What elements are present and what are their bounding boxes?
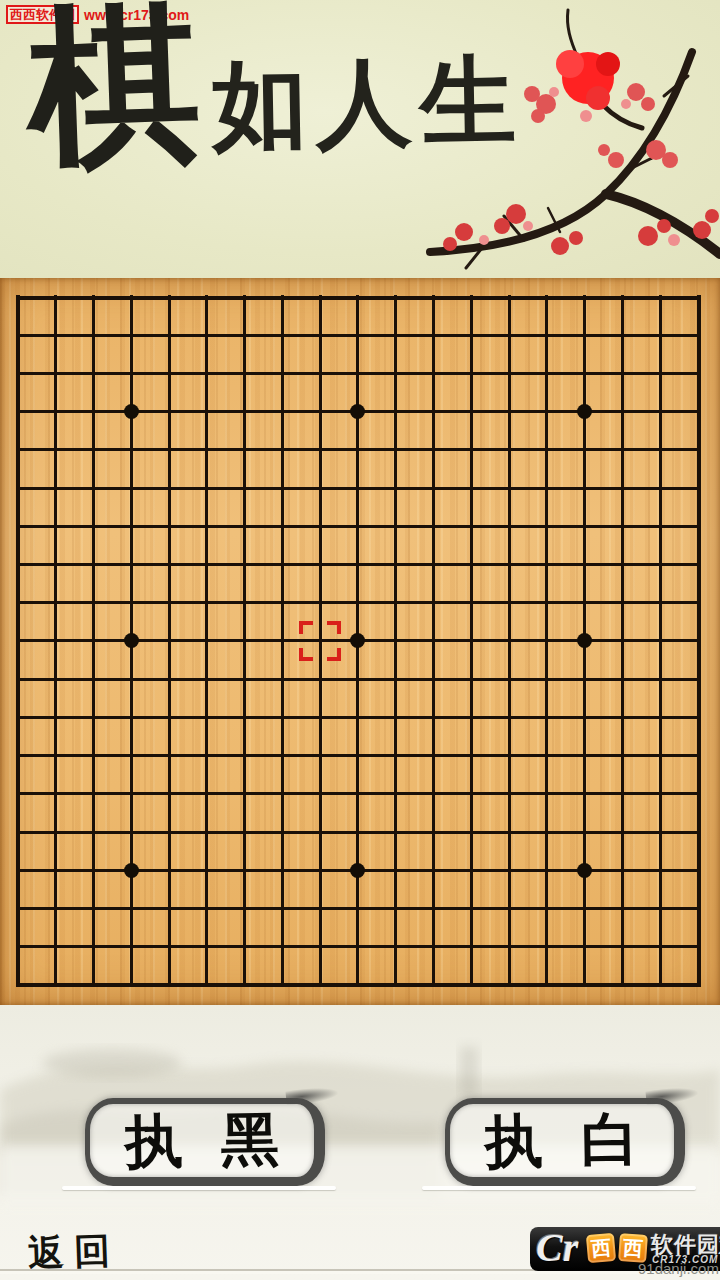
board-intersection[interactable] <box>641 660 679 698</box>
board-intersection[interactable] <box>37 469 75 507</box>
board-intersection[interactable] <box>641 851 679 889</box>
board-intersection[interactable] <box>339 507 377 545</box>
board-intersection[interactable] <box>377 278 415 316</box>
board-intersection[interactable] <box>150 316 188 354</box>
board-intersection[interactable] <box>226 545 264 583</box>
board-intersection[interactable] <box>528 698 566 736</box>
board-intersection[interactable] <box>641 469 679 507</box>
board-intersection[interactable] <box>415 354 453 392</box>
board-intersection[interactable] <box>604 316 642 354</box>
board-intersection[interactable] <box>112 316 150 354</box>
board-intersection[interactable] <box>0 889 37 927</box>
board-intersection[interactable] <box>301 889 339 927</box>
board-intersection[interactable] <box>112 278 150 316</box>
board-intersection[interactable] <box>264 622 302 660</box>
board-intersection[interactable] <box>490 928 528 966</box>
board-intersection[interactable] <box>37 775 75 813</box>
board-intersection[interactable] <box>37 316 75 354</box>
play-white-button[interactable]: 执白 <box>445 1098 685 1186</box>
board-intersection[interactable] <box>566 813 604 851</box>
board-intersection[interactable] <box>112 889 150 927</box>
board-intersection[interactable] <box>188 889 226 927</box>
board-intersection[interactable] <box>679 737 717 775</box>
board-intersection[interactable] <box>452 813 490 851</box>
board-intersection[interactable] <box>112 928 150 966</box>
board-intersection[interactable] <box>377 660 415 698</box>
board-intersection[interactable] <box>150 354 188 392</box>
board-intersection[interactable] <box>528 584 566 622</box>
board-intersection[interactable] <box>377 889 415 927</box>
board-intersection[interactable] <box>112 354 150 392</box>
board-intersection[interactable] <box>490 889 528 927</box>
board-intersection[interactable] <box>264 278 302 316</box>
board-intersection[interactable] <box>75 584 113 622</box>
board-intersection[interactable] <box>188 698 226 736</box>
board-intersection[interactable] <box>452 584 490 622</box>
board-intersection[interactable] <box>604 851 642 889</box>
board-intersection[interactable] <box>641 737 679 775</box>
board-intersection[interactable] <box>112 660 150 698</box>
board-intersection[interactable] <box>226 737 264 775</box>
board-intersection[interactable] <box>188 851 226 889</box>
board-intersection[interactable] <box>150 278 188 316</box>
board-intersection[interactable] <box>301 393 339 431</box>
board-intersection[interactable] <box>415 545 453 583</box>
board-intersection[interactable] <box>490 584 528 622</box>
board-intersection[interactable] <box>452 698 490 736</box>
board-intersection[interactable] <box>528 889 566 927</box>
board-intersection[interactable] <box>604 775 642 813</box>
board-intersection[interactable] <box>112 393 150 431</box>
board-intersection[interactable] <box>75 393 113 431</box>
board-intersection[interactable] <box>452 507 490 545</box>
board-intersection[interactable] <box>264 660 302 698</box>
board-intersection[interactable] <box>226 393 264 431</box>
board-intersection[interactable] <box>641 698 679 736</box>
board-intersection[interactable] <box>415 851 453 889</box>
board-intersection[interactable] <box>37 278 75 316</box>
board-intersection[interactable] <box>377 622 415 660</box>
board-intersection[interactable] <box>604 813 642 851</box>
board-intersection[interactable] <box>75 660 113 698</box>
board-intersection[interactable] <box>490 431 528 469</box>
board-intersection[interactable] <box>415 966 453 1004</box>
board-intersection[interactable] <box>339 316 377 354</box>
board-intersection[interactable] <box>226 660 264 698</box>
board-intersection[interactable] <box>0 431 37 469</box>
board-intersection[interactable] <box>75 469 113 507</box>
board-intersection[interactable] <box>641 278 679 316</box>
board-intersection[interactable] <box>490 545 528 583</box>
board-intersection[interactable] <box>641 431 679 469</box>
board-intersection[interactable] <box>188 507 226 545</box>
board-intersection[interactable] <box>339 698 377 736</box>
board-intersection[interactable] <box>339 584 377 622</box>
board-intersection[interactable] <box>264 545 302 583</box>
board-intersection[interactable] <box>188 928 226 966</box>
board-intersection[interactable] <box>0 775 37 813</box>
board-intersection[interactable] <box>37 698 75 736</box>
board-intersection[interactable] <box>0 316 37 354</box>
board-intersection[interactable] <box>37 622 75 660</box>
board-intersection[interactable] <box>37 584 75 622</box>
board-intersection[interactable] <box>452 316 490 354</box>
board-intersection[interactable] <box>226 584 264 622</box>
board-intersection[interactable] <box>150 469 188 507</box>
board-intersection[interactable] <box>112 584 150 622</box>
board-intersection[interactable] <box>188 393 226 431</box>
board-intersection[interactable] <box>377 966 415 1004</box>
board-intersection[interactable] <box>415 737 453 775</box>
board-intersection[interactable] <box>452 851 490 889</box>
board-intersection[interactable] <box>301 928 339 966</box>
board-intersection[interactable] <box>301 584 339 622</box>
board-intersection[interactable] <box>112 431 150 469</box>
board-intersection[interactable] <box>112 622 150 660</box>
board-intersection[interactable] <box>604 966 642 1004</box>
board-intersection[interactable] <box>452 545 490 583</box>
board-intersection[interactable] <box>415 584 453 622</box>
board-intersection[interactable] <box>264 966 302 1004</box>
board-intersection[interactable] <box>0 660 37 698</box>
board-intersection[interactable] <box>226 813 264 851</box>
board-intersection[interactable] <box>528 660 566 698</box>
board-intersection[interactable] <box>226 966 264 1004</box>
board-intersection[interactable] <box>150 775 188 813</box>
board-intersection[interactable] <box>150 698 188 736</box>
board-intersection[interactable] <box>0 813 37 851</box>
board-intersection[interactable] <box>415 469 453 507</box>
board-intersection[interactable] <box>150 660 188 698</box>
board-intersection[interactable] <box>301 354 339 392</box>
board-intersection[interactable] <box>264 889 302 927</box>
board-intersection[interactable] <box>604 660 642 698</box>
board-intersection[interactable] <box>528 431 566 469</box>
board-intersection[interactable] <box>150 622 188 660</box>
board-intersection[interactable] <box>264 507 302 545</box>
board-intersection[interactable] <box>566 737 604 775</box>
board-intersection[interactable] <box>377 851 415 889</box>
board-intersection[interactable] <box>75 545 113 583</box>
board-intersection[interactable] <box>75 737 113 775</box>
board-intersection[interactable] <box>37 354 75 392</box>
board-intersection[interactable] <box>226 775 264 813</box>
board-intersection[interactable] <box>226 622 264 660</box>
board-intersection[interactable] <box>226 354 264 392</box>
board-intersection[interactable] <box>75 622 113 660</box>
board-intersection[interactable] <box>679 393 717 431</box>
board-intersection[interactable] <box>226 889 264 927</box>
board-intersection[interactable] <box>604 622 642 660</box>
board-intersection[interactable] <box>490 660 528 698</box>
board-intersection[interactable] <box>339 622 377 660</box>
board-intersection[interactable] <box>0 469 37 507</box>
board-intersection[interactable] <box>226 851 264 889</box>
board-intersection[interactable] <box>37 813 75 851</box>
board-intersection[interactable] <box>226 507 264 545</box>
board-intersection[interactable] <box>641 545 679 583</box>
board-intersection[interactable] <box>0 851 37 889</box>
board-intersection[interactable] <box>188 469 226 507</box>
go-board[interactable] <box>0 278 720 1005</box>
board-intersection[interactable] <box>188 545 226 583</box>
board-intersection[interactable] <box>490 316 528 354</box>
board-intersection[interactable] <box>604 584 642 622</box>
board-intersection[interactable] <box>490 278 528 316</box>
board-intersection[interactable] <box>339 393 377 431</box>
board-intersection[interactable] <box>679 316 717 354</box>
board-intersection[interactable] <box>604 698 642 736</box>
board-intersection[interactable] <box>415 278 453 316</box>
board-intersection[interactable] <box>490 393 528 431</box>
board-intersection[interactable] <box>679 966 717 1004</box>
board-intersection[interactable] <box>301 966 339 1004</box>
board-intersection[interactable] <box>528 966 566 1004</box>
board-intersection[interactable] <box>452 889 490 927</box>
board-intersection[interactable] <box>679 660 717 698</box>
board-intersection[interactable] <box>339 278 377 316</box>
board-intersection[interactable] <box>415 431 453 469</box>
board-intersection[interactable] <box>75 316 113 354</box>
board-intersection[interactable] <box>679 928 717 966</box>
board-intersection[interactable] <box>641 813 679 851</box>
board-intersection[interactable] <box>566 584 604 622</box>
board-intersection[interactable] <box>641 316 679 354</box>
board-intersection[interactable] <box>641 507 679 545</box>
board-intersection[interactable] <box>150 545 188 583</box>
board-intersection[interactable] <box>301 278 339 316</box>
board-intersection[interactable] <box>301 813 339 851</box>
board-intersection[interactable] <box>37 928 75 966</box>
board-intersection[interactable] <box>490 737 528 775</box>
board-intersection[interactable] <box>566 431 604 469</box>
board-intersection[interactable] <box>188 431 226 469</box>
board-intersection[interactable] <box>301 507 339 545</box>
board-intersection[interactable] <box>415 622 453 660</box>
board-intersection[interactable] <box>641 775 679 813</box>
board-intersection[interactable] <box>339 545 377 583</box>
board-intersection[interactable] <box>452 431 490 469</box>
board-intersection[interactable] <box>452 966 490 1004</box>
board-intersection[interactable] <box>679 354 717 392</box>
board-intersection[interactable] <box>226 278 264 316</box>
board-intersection[interactable] <box>264 354 302 392</box>
board-intersection[interactable] <box>604 278 642 316</box>
board-intersection[interactable] <box>604 889 642 927</box>
board-intersection[interactable] <box>112 851 150 889</box>
board-intersection[interactable] <box>188 622 226 660</box>
board-intersection[interactable] <box>604 928 642 966</box>
board-intersection[interactable] <box>188 813 226 851</box>
board-intersection[interactable] <box>604 737 642 775</box>
board-intersection[interactable] <box>75 354 113 392</box>
board-intersection[interactable] <box>264 737 302 775</box>
board-intersection[interactable] <box>0 622 37 660</box>
board-intersection[interactable] <box>566 889 604 927</box>
board-intersection[interactable] <box>641 966 679 1004</box>
board-intersection[interactable] <box>75 851 113 889</box>
board-intersection[interactable] <box>188 354 226 392</box>
board-intersection[interactable] <box>528 775 566 813</box>
board-intersection[interactable] <box>75 813 113 851</box>
board-intersection[interactable] <box>226 698 264 736</box>
board-intersection[interactable] <box>679 622 717 660</box>
board-intersection[interactable] <box>566 469 604 507</box>
board-intersection[interactable] <box>150 431 188 469</box>
board-intersection[interactable] <box>188 316 226 354</box>
board-intersection[interactable] <box>264 813 302 851</box>
board-intersection[interactable] <box>0 928 37 966</box>
board-intersection[interactable] <box>339 813 377 851</box>
board-intersection[interactable] <box>37 507 75 545</box>
board-intersection[interactable] <box>679 851 717 889</box>
board-intersection[interactable] <box>641 354 679 392</box>
board-intersection[interactable] <box>339 737 377 775</box>
board-intersection[interactable] <box>339 851 377 889</box>
board-intersection[interactable] <box>188 737 226 775</box>
board-intersection[interactable] <box>75 278 113 316</box>
board-intersection[interactable] <box>150 507 188 545</box>
board-intersection[interactable] <box>150 928 188 966</box>
board-intersection[interactable] <box>226 928 264 966</box>
board-intersection[interactable] <box>641 622 679 660</box>
board-intersection[interactable] <box>226 431 264 469</box>
board-intersection[interactable] <box>641 584 679 622</box>
board-intersection[interactable] <box>150 851 188 889</box>
board-intersection[interactable] <box>150 737 188 775</box>
board-intersection[interactable] <box>301 545 339 583</box>
board-intersection[interactable] <box>415 507 453 545</box>
board-intersection[interactable] <box>679 584 717 622</box>
board-intersection[interactable] <box>264 431 302 469</box>
board-intersection[interactable] <box>679 889 717 927</box>
board-intersection[interactable] <box>490 775 528 813</box>
board-intersection[interactable] <box>604 354 642 392</box>
board-intersection[interactable] <box>415 813 453 851</box>
board-intersection[interactable] <box>150 584 188 622</box>
board-intersection[interactable] <box>490 698 528 736</box>
board-intersection[interactable] <box>377 507 415 545</box>
board-intersection[interactable] <box>415 698 453 736</box>
board-intersection[interactable] <box>566 354 604 392</box>
board-intersection[interactable] <box>528 545 566 583</box>
board-intersection[interactable] <box>452 660 490 698</box>
board-intersection[interactable] <box>604 545 642 583</box>
board-intersection[interactable] <box>452 278 490 316</box>
board-intersection[interactable] <box>112 469 150 507</box>
board-intersection[interactable] <box>528 851 566 889</box>
board-intersection[interactable] <box>377 316 415 354</box>
board-intersection[interactable] <box>112 545 150 583</box>
board-intersection[interactable] <box>566 775 604 813</box>
board-intersection[interactable] <box>301 316 339 354</box>
board-intersection[interactable] <box>0 545 37 583</box>
board-intersection[interactable] <box>528 316 566 354</box>
board-intersection[interactable] <box>679 278 717 316</box>
board-intersection[interactable] <box>679 813 717 851</box>
board-intersection[interactable] <box>528 928 566 966</box>
board-intersection[interactable] <box>301 660 339 698</box>
board-intersection[interactable] <box>641 393 679 431</box>
board-intersection[interactable] <box>604 431 642 469</box>
board-intersection[interactable] <box>490 622 528 660</box>
board-intersection[interactable] <box>415 928 453 966</box>
board-intersection[interactable] <box>112 966 150 1004</box>
board-intersection[interactable] <box>75 507 113 545</box>
board-intersection[interactable] <box>490 354 528 392</box>
board-intersection[interactable] <box>188 775 226 813</box>
board-intersection[interactable] <box>264 775 302 813</box>
board-intersection[interactable] <box>415 393 453 431</box>
board-intersection[interactable] <box>528 354 566 392</box>
board-intersection[interactable] <box>37 545 75 583</box>
board-intersection[interactable] <box>226 469 264 507</box>
board-intersection[interactable] <box>566 698 604 736</box>
board-intersection[interactable] <box>679 698 717 736</box>
board-intersection[interactable] <box>264 851 302 889</box>
board-intersection[interactable] <box>188 278 226 316</box>
board-intersection[interactable] <box>339 431 377 469</box>
board-intersection[interactable] <box>566 928 604 966</box>
board-intersection[interactable] <box>0 584 37 622</box>
board-intersection[interactable] <box>301 431 339 469</box>
board-intersection[interactable] <box>150 813 188 851</box>
board-intersection[interactable] <box>566 622 604 660</box>
board-intersection[interactable] <box>75 431 113 469</box>
board-intersection[interactable] <box>415 775 453 813</box>
board-intersection[interactable] <box>188 660 226 698</box>
board-intersection[interactable] <box>415 889 453 927</box>
board-intersection[interactable] <box>150 966 188 1004</box>
board-intersection[interactable] <box>0 278 37 316</box>
board-intersection[interactable] <box>377 584 415 622</box>
board-intersection[interactable] <box>0 354 37 392</box>
board-intersection[interactable] <box>339 928 377 966</box>
board-intersection[interactable] <box>339 966 377 1004</box>
board-intersection[interactable] <box>112 737 150 775</box>
board-intersection[interactable] <box>566 966 604 1004</box>
board-intersection[interactable] <box>452 354 490 392</box>
board-intersection[interactable] <box>0 393 37 431</box>
board-intersection[interactable] <box>377 431 415 469</box>
board-intersection[interactable] <box>679 431 717 469</box>
board-intersection[interactable] <box>490 469 528 507</box>
board-intersection[interactable] <box>377 928 415 966</box>
board-intersection[interactable] <box>264 698 302 736</box>
board-intersection[interactable] <box>566 507 604 545</box>
board-intersection[interactable] <box>452 928 490 966</box>
board-intersection[interactable] <box>339 354 377 392</box>
board-intersection[interactable] <box>528 469 566 507</box>
board-intersection[interactable] <box>150 393 188 431</box>
board-intersection[interactable] <box>75 775 113 813</box>
board-intersection[interactable] <box>264 469 302 507</box>
board-intersection[interactable] <box>301 698 339 736</box>
board-intersection[interactable] <box>301 851 339 889</box>
board-intersection[interactable] <box>150 889 188 927</box>
go-board-grid[interactable] <box>0 278 717 1004</box>
board-intersection[interactable] <box>679 469 717 507</box>
board-intersection[interactable] <box>566 316 604 354</box>
board-intersection[interactable] <box>490 966 528 1004</box>
board-intersection[interactable] <box>377 545 415 583</box>
board-intersection[interactable] <box>377 354 415 392</box>
board-intersection[interactable] <box>37 431 75 469</box>
board-intersection[interactable] <box>112 507 150 545</box>
board-intersection[interactable] <box>490 813 528 851</box>
board-intersection[interactable] <box>301 622 339 660</box>
board-intersection[interactable] <box>75 889 113 927</box>
